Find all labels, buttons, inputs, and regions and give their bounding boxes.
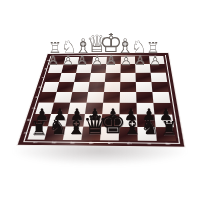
- board-square: [102, 103, 119, 115]
- board-square: [104, 82, 120, 92]
- file-label: 1: [32, 141, 38, 144]
- board-square: [149, 64, 165, 73]
- rank-label: e: [34, 96, 39, 98]
- board-square: [66, 114, 85, 126]
- board-square: [103, 92, 120, 103]
- board-square: [106, 64, 121, 73]
- board-square: [82, 126, 102, 140]
- rank-label: c: [41, 77, 46, 78]
- board-coordinate-labels: 12345678abcdefgh: [48, 53, 168, 54]
- rank-label: f: [31, 107, 36, 108]
- rank-label: d: [37, 86, 42, 88]
- board-square: [137, 127, 156, 141]
- file-label: 2: [50, 141, 56, 144]
- board-square: [106, 56, 121, 64]
- board-square: [135, 73, 151, 82]
- board-square: [149, 56, 164, 64]
- board-square: [135, 56, 150, 64]
- board-square: [120, 64, 135, 73]
- chess-piece-white-king: ♔: [99, 30, 122, 56]
- board-square: [152, 92, 170, 103]
- file-label: 3: [69, 141, 75, 144]
- board-square: [119, 103, 136, 115]
- board-square: [92, 56, 107, 64]
- rank-label: b: [43, 68, 48, 70]
- board-square: [119, 114, 137, 127]
- board-square: [87, 92, 104, 103]
- chess-board: 12345678abcdefgh: [18, 53, 185, 147]
- rank-label: a: [46, 60, 50, 61]
- file-label: 5: [106, 142, 112, 145]
- file-label: 8: [163, 142, 169, 145]
- board-square: [74, 73, 90, 82]
- file-label: 6: [125, 142, 131, 145]
- file-label: 4: [88, 141, 94, 144]
- board-square: [151, 82, 168, 92]
- board-square: [154, 114, 173, 127]
- board-square: [63, 126, 83, 140]
- board-square: [85, 103, 103, 114]
- product-photo-scene: 12345678abcdefgh ♖♘♗♕♔♗♘♖♙♙♙♙♙♙♙♙♟♟♟♟♟♟♟…: [0, 0, 200, 200]
- board-square: [78, 57, 93, 65]
- board-square: [150, 73, 166, 82]
- board-square: [91, 64, 106, 73]
- board-square: [119, 127, 138, 141]
- board-square: [73, 82, 90, 92]
- rank-label: g: [27, 119, 33, 121]
- board-square: [121, 56, 135, 64]
- board-square: [155, 127, 175, 141]
- board-square: [120, 73, 135, 82]
- board-square: [100, 126, 119, 140]
- board-square: [120, 92, 137, 103]
- board-square: [136, 92, 153, 103]
- board-square: [70, 92, 88, 103]
- board-square: [153, 103, 172, 115]
- board-square: [136, 82, 152, 92]
- board-grid: [27, 56, 175, 141]
- board-square: [105, 73, 121, 82]
- board-square: [76, 65, 92, 74]
- board-square: [101, 114, 119, 127]
- board-square: [135, 64, 150, 73]
- file-label: 7: [144, 142, 150, 145]
- board-square: [90, 73, 106, 82]
- board-square: [137, 114, 156, 127]
- board-square: [68, 103, 86, 114]
- board-square: [83, 114, 102, 126]
- board-square: [88, 82, 105, 92]
- rank-label: h: [22, 131, 28, 133]
- board-square: [120, 82, 136, 92]
- board-square: [136, 103, 154, 115]
